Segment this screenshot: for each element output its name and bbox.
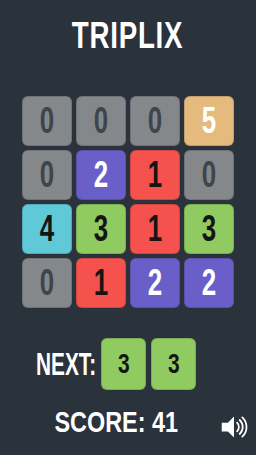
- tile-value: 0: [40, 154, 54, 196]
- board-tile-tan-5[interactable]: 5: [184, 96, 234, 146]
- score-text-value: SCORE: 41: [54, 404, 178, 440]
- speaker-volume-on-icon[interactable]: [220, 411, 248, 443]
- tile-value: 0: [148, 100, 162, 142]
- tile-value: 0: [40, 100, 54, 142]
- tile-value: 0: [94, 100, 108, 142]
- board-tile-green-3[interactable]: 3: [184, 204, 234, 254]
- board-tile-gray-0[interactable]: 0: [22, 96, 72, 146]
- board-tile-purple-2[interactable]: 2: [76, 150, 126, 200]
- tile-value: 2: [148, 262, 162, 304]
- board-tile-red-1[interactable]: 1: [130, 150, 180, 200]
- board-tile-red-1[interactable]: 1: [76, 258, 126, 308]
- tile-value: 0: [40, 262, 54, 304]
- board-tile-red-1[interactable]: 1: [130, 204, 180, 254]
- tile-value: 0: [202, 154, 216, 196]
- next-tiles-tray: 33: [101, 338, 196, 390]
- next-label-text: NEXT:: [36, 338, 96, 390]
- next-tile-green-3: 3: [151, 338, 196, 390]
- tile-value: 3: [94, 208, 108, 250]
- tile-value: 5: [202, 100, 216, 142]
- board-tile-purple-2[interactable]: 2: [130, 258, 180, 308]
- game-title: TRIPLIX: [0, 16, 256, 56]
- tile-value: 1: [148, 154, 162, 196]
- tile-value: 3: [202, 208, 216, 250]
- board-grid: 0005021043130122: [22, 96, 234, 308]
- board-tile-gray-0[interactable]: 0: [76, 96, 126, 146]
- board-tile-gray-0[interactable]: 0: [22, 150, 72, 200]
- tile-value: 2: [94, 154, 108, 196]
- next-tile-green-3: 3: [101, 338, 146, 390]
- game-title-text: TRIPLIX: [72, 16, 184, 56]
- board-tile-gray-0[interactable]: 0: [184, 150, 234, 200]
- score-text: SCORE: 41: [0, 404, 232, 440]
- board-tile-gray-0[interactable]: 0: [130, 96, 180, 146]
- board-tile-green-3[interactable]: 3: [76, 204, 126, 254]
- board-tile-purple-2[interactable]: 2: [184, 258, 234, 308]
- tile-value: 4: [40, 208, 54, 250]
- tile-value: 3: [118, 348, 130, 380]
- tile-value: 3: [168, 348, 180, 380]
- board-tile-gray-0[interactable]: 0: [22, 258, 72, 308]
- board-tile-cyan-4[interactable]: 4: [22, 204, 72, 254]
- tile-value: 1: [94, 262, 108, 304]
- tile-value: 2: [202, 262, 216, 304]
- tile-value: 1: [148, 208, 162, 250]
